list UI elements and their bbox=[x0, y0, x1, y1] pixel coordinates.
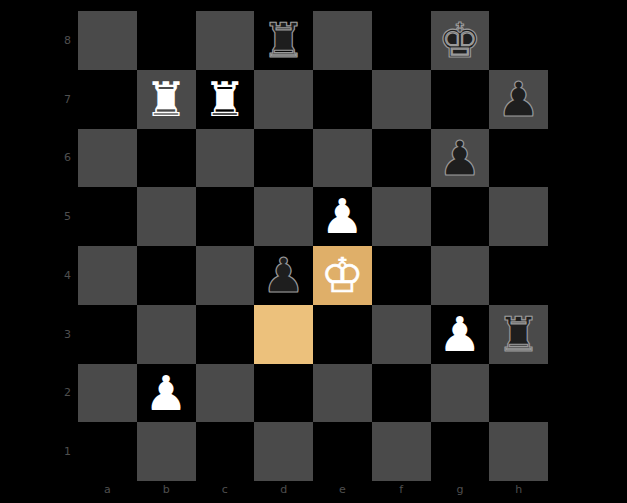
black-pawn[interactable]: ♟ bbox=[262, 246, 305, 305]
square-g6[interactable]: ♟ bbox=[431, 129, 490, 188]
square-h1[interactable] bbox=[489, 422, 548, 481]
square-b2[interactable]: ♟ bbox=[137, 364, 196, 423]
square-a5[interactable] bbox=[78, 187, 137, 246]
white-king[interactable]: ♔ bbox=[321, 246, 364, 305]
square-a3[interactable] bbox=[78, 305, 137, 364]
square-h2[interactable] bbox=[489, 364, 548, 423]
square-d2[interactable] bbox=[254, 364, 313, 423]
square-c4[interactable] bbox=[196, 246, 255, 305]
square-g5[interactable] bbox=[431, 187, 490, 246]
rank-label-6: 6 bbox=[0, 129, 74, 188]
rank-label-4: 4 bbox=[0, 246, 74, 305]
square-b3[interactable] bbox=[137, 305, 196, 364]
square-h5[interactable] bbox=[489, 187, 548, 246]
white-rook[interactable]: ♜ bbox=[145, 70, 188, 129]
square-a7[interactable] bbox=[78, 70, 137, 129]
rank-label-7: 7 bbox=[0, 70, 74, 129]
file-label-a: a bbox=[78, 481, 137, 501]
black-pawn[interactable]: ♟ bbox=[497, 70, 540, 129]
square-c7[interactable]: ♜ bbox=[196, 70, 255, 129]
square-h8[interactable] bbox=[489, 11, 548, 70]
square-a4[interactable] bbox=[78, 246, 137, 305]
square-f3[interactable] bbox=[372, 305, 431, 364]
white-pawn[interactable]: ♟ bbox=[321, 187, 364, 246]
black-rook[interactable]: ♜ bbox=[262, 11, 305, 70]
rank-label-3: 3 bbox=[0, 305, 74, 364]
square-g2[interactable] bbox=[431, 364, 490, 423]
chess-board: ♜♚♜♜♟♟♟♟♔♟♜♟ bbox=[78, 11, 548, 481]
square-d7[interactable] bbox=[254, 70, 313, 129]
square-b4[interactable] bbox=[137, 246, 196, 305]
square-e4[interactable]: ♔ bbox=[313, 246, 372, 305]
square-e8[interactable] bbox=[313, 11, 372, 70]
square-g3[interactable]: ♟ bbox=[431, 305, 490, 364]
square-h7[interactable]: ♟ bbox=[489, 70, 548, 129]
chess-app-background: 87654321 ♜♚♜♜♟♟♟♟♔♟♜♟ abcdefgh bbox=[0, 0, 627, 503]
square-e5[interactable]: ♟ bbox=[313, 187, 372, 246]
file-label-g: g bbox=[431, 481, 490, 501]
rank-label-5: 5 bbox=[0, 187, 74, 246]
square-b6[interactable] bbox=[137, 129, 196, 188]
square-c2[interactable] bbox=[196, 364, 255, 423]
square-g8[interactable]: ♚ bbox=[431, 11, 490, 70]
square-c6[interactable] bbox=[196, 129, 255, 188]
square-e7[interactable] bbox=[313, 70, 372, 129]
square-b1[interactable] bbox=[137, 422, 196, 481]
rank-label-1: 1 bbox=[0, 422, 74, 481]
square-d1[interactable] bbox=[254, 422, 313, 481]
square-e3[interactable] bbox=[313, 305, 372, 364]
square-b8[interactable] bbox=[137, 11, 196, 70]
square-f2[interactable] bbox=[372, 364, 431, 423]
square-h6[interactable] bbox=[489, 129, 548, 188]
file-label-c: c bbox=[196, 481, 255, 501]
square-b7[interactable]: ♜ bbox=[137, 70, 196, 129]
square-e6[interactable] bbox=[313, 129, 372, 188]
black-king[interactable]: ♚ bbox=[438, 11, 481, 70]
square-c1[interactable] bbox=[196, 422, 255, 481]
file-labels: abcdefgh bbox=[78, 481, 548, 501]
rank-label-8: 8 bbox=[0, 11, 74, 70]
square-d8[interactable]: ♜ bbox=[254, 11, 313, 70]
square-f1[interactable] bbox=[372, 422, 431, 481]
black-rook[interactable]: ♜ bbox=[497, 305, 540, 364]
square-a8[interactable] bbox=[78, 11, 137, 70]
square-d3[interactable] bbox=[254, 305, 313, 364]
white-pawn[interactable]: ♟ bbox=[145, 364, 188, 423]
square-c3[interactable] bbox=[196, 305, 255, 364]
square-h3[interactable]: ♜ bbox=[489, 305, 548, 364]
rank-labels: 87654321 bbox=[0, 11, 74, 481]
rank-label-2: 2 bbox=[0, 364, 74, 423]
file-label-h: h bbox=[489, 481, 548, 501]
file-label-e: e bbox=[313, 481, 372, 501]
square-h4[interactable] bbox=[489, 246, 548, 305]
square-c5[interactable] bbox=[196, 187, 255, 246]
square-d4[interactable]: ♟ bbox=[254, 246, 313, 305]
square-c8[interactable] bbox=[196, 11, 255, 70]
square-f6[interactable] bbox=[372, 129, 431, 188]
square-e1[interactable] bbox=[313, 422, 372, 481]
square-g1[interactable] bbox=[431, 422, 490, 481]
file-label-b: b bbox=[137, 481, 196, 501]
square-a1[interactable] bbox=[78, 422, 137, 481]
square-a2[interactable] bbox=[78, 364, 137, 423]
square-f7[interactable] bbox=[372, 70, 431, 129]
square-f8[interactable] bbox=[372, 11, 431, 70]
square-e2[interactable] bbox=[313, 364, 372, 423]
square-d5[interactable] bbox=[254, 187, 313, 246]
white-rook[interactable]: ♜ bbox=[203, 70, 246, 129]
black-pawn[interactable]: ♟ bbox=[438, 129, 481, 188]
square-f5[interactable] bbox=[372, 187, 431, 246]
square-d6[interactable] bbox=[254, 129, 313, 188]
white-pawn[interactable]: ♟ bbox=[438, 305, 481, 364]
file-label-f: f bbox=[372, 481, 431, 501]
file-label-d: d bbox=[254, 481, 313, 501]
square-b5[interactable] bbox=[137, 187, 196, 246]
square-a6[interactable] bbox=[78, 129, 137, 188]
square-g4[interactable] bbox=[431, 246, 490, 305]
square-g7[interactable] bbox=[431, 70, 490, 129]
square-f4[interactable] bbox=[372, 246, 431, 305]
